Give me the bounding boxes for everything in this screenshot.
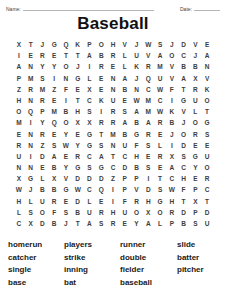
- grid-cell: W: [154, 84, 166, 95]
- grid-cell: E: [60, 196, 72, 207]
- name-blank-line: [23, 5, 154, 11]
- grid-cell: C: [154, 95, 166, 106]
- grid-cell: X: [84, 117, 96, 128]
- grid-cell: Z: [37, 140, 49, 151]
- grid-cell: U: [131, 50, 143, 61]
- grid-cell: D: [178, 140, 190, 151]
- grid-cell: E: [48, 129, 60, 140]
- grid-cell: R: [48, 196, 60, 207]
- grid-cell: N: [25, 129, 37, 140]
- grid-cell: H: [178, 173, 190, 184]
- grid-cell: L: [154, 218, 166, 229]
- grid-cell: B: [178, 61, 190, 72]
- grid-cell: H: [131, 151, 143, 162]
- grid-cell: I: [95, 106, 107, 117]
- word-bank-item: fielder: [120, 264, 177, 277]
- grid-cell: U: [201, 151, 213, 162]
- grid-cell: E: [119, 95, 131, 106]
- grid-cell: N: [107, 140, 119, 151]
- grid-cell: C: [84, 184, 96, 195]
- grid-cell: R: [201, 173, 213, 184]
- word-bank-item: baseball: [120, 277, 177, 290]
- grid-cell: Y: [189, 162, 201, 173]
- grid-cell: R: [25, 84, 37, 95]
- grid-cell: O: [60, 61, 72, 72]
- grid-cell: R: [37, 129, 49, 140]
- grid-cell: S: [95, 140, 107, 151]
- grid-cell: M: [154, 61, 166, 72]
- grid-cell: H: [107, 207, 119, 218]
- word-bank-item: bat: [64, 277, 120, 290]
- grid-cell: U: [119, 207, 131, 218]
- grid-cell: I: [166, 95, 178, 106]
- grid-cell: Z: [107, 173, 119, 184]
- grid-cell: D: [72, 196, 84, 207]
- word-bank: homeruncatchersinglebaseplayersstrikeinn…: [8, 239, 226, 289]
- grid-cell: F: [60, 84, 72, 95]
- grid-cell: K: [131, 61, 143, 72]
- grid-cell: F: [119, 196, 131, 207]
- grid-cell: S: [84, 162, 96, 173]
- date-label: Date:: [180, 6, 192, 12]
- grid-cell: U: [119, 140, 131, 151]
- grid-cell: Y: [60, 129, 72, 140]
- grid-cell: X: [142, 207, 154, 218]
- grid-cell: C: [107, 162, 119, 173]
- grid-cell: O: [189, 117, 201, 128]
- grid-cell: S: [48, 140, 60, 151]
- grid-cell: G: [201, 117, 213, 128]
- grid-cell: I: [107, 184, 119, 195]
- grid-cell: B: [166, 117, 178, 128]
- grid-cell: Q: [95, 184, 107, 195]
- grid-cell: E: [154, 129, 166, 140]
- grid-cell: B: [119, 129, 131, 140]
- grid-cell: D: [37, 218, 49, 229]
- grid-cell: R: [107, 218, 119, 229]
- grid-cell: F: [131, 140, 143, 151]
- grid-cell: Y: [37, 117, 49, 128]
- grid-cell: E: [25, 50, 37, 61]
- grid-cell: B: [72, 207, 84, 218]
- grid-cell: U: [107, 95, 119, 106]
- grid-cell: O: [154, 207, 166, 218]
- grid-cell: E: [60, 151, 72, 162]
- grid-cell: I: [25, 151, 37, 162]
- grid-cell: B: [48, 218, 60, 229]
- grid-cell: J: [131, 39, 143, 50]
- grid-cell: L: [25, 196, 37, 207]
- grid-cell: G: [189, 151, 201, 162]
- grid-cell: J: [166, 129, 178, 140]
- grid-cell: R: [154, 151, 166, 162]
- grid-cell: D: [142, 184, 154, 195]
- grid-cell: J: [60, 218, 72, 229]
- word-bank-item: catcher: [8, 252, 64, 265]
- grid-cell: V: [189, 39, 201, 50]
- grid-cell: R: [107, 117, 119, 128]
- grid-cell: M: [48, 106, 60, 117]
- grid-cell: H: [107, 39, 119, 50]
- grid-cell: Y: [72, 140, 84, 151]
- grid-cell: C: [178, 50, 190, 61]
- grid-cell: G: [60, 184, 72, 195]
- grid-cell: N: [201, 61, 213, 72]
- grid-cell: W: [131, 95, 143, 106]
- grid-cell: V: [119, 39, 131, 50]
- grid-cell: E: [201, 140, 213, 151]
- grid-cell: H: [166, 196, 178, 207]
- grid-cell: T: [72, 218, 84, 229]
- grid-cell: A: [84, 50, 96, 61]
- word-bank-item: double: [120, 252, 177, 265]
- grid-cell: P: [84, 39, 96, 50]
- grid-cell: Q: [48, 117, 60, 128]
- grid-cell: D: [72, 173, 84, 184]
- grid-cell: L: [154, 140, 166, 151]
- grid-cell: X: [189, 73, 201, 84]
- grid-cell: A: [13, 61, 25, 72]
- word-bank-item: slide: [177, 239, 226, 252]
- grid-cell: W: [142, 39, 154, 50]
- grid-cell: C: [201, 184, 213, 195]
- grid-cell: L: [119, 50, 131, 61]
- grid-cell: N: [13, 162, 25, 173]
- grid-cell: C: [119, 151, 131, 162]
- grid-cell: X: [84, 84, 96, 95]
- grid-cell: R: [189, 129, 201, 140]
- grid-cell: S: [119, 106, 131, 117]
- grid-cell: X: [13, 39, 25, 50]
- grid-cell: M: [25, 73, 37, 84]
- grid-cell: E: [107, 61, 119, 72]
- word-bank-item: strike: [64, 252, 120, 265]
- grid-cell: T: [178, 84, 190, 95]
- grid-cell: A: [119, 117, 131, 128]
- grid-cell: T: [60, 50, 72, 61]
- grid-cell: O: [13, 106, 25, 117]
- grid-cell: R: [37, 50, 49, 61]
- grid-cell: B: [37, 184, 49, 195]
- grid-cell: T: [72, 50, 84, 61]
- grid-cell: A: [119, 73, 131, 84]
- grid-cell: W: [166, 184, 178, 195]
- grid-cell: X: [166, 151, 178, 162]
- grid-cell: G: [72, 73, 84, 84]
- grid-cell: T: [107, 151, 119, 162]
- grid-cell: E: [72, 84, 84, 95]
- grid-cell: O: [131, 207, 143, 218]
- grid-cell: A: [201, 50, 213, 61]
- grid-cell: E: [37, 162, 49, 173]
- worksheet-page: Name: Date: Baseball XTJGQKPOHVJWSJDVEIE…: [0, 0, 226, 300]
- grid-cell: H: [72, 106, 84, 117]
- grid-cell: C: [13, 218, 25, 229]
- grid-cell: L: [84, 73, 96, 84]
- grid-cell: I: [107, 196, 119, 207]
- grid-cell: V: [142, 50, 154, 61]
- grid-cell: Y: [37, 61, 49, 72]
- grid-cell: A: [48, 151, 60, 162]
- grid-cell: D: [178, 207, 190, 218]
- grid-cell: M: [142, 95, 154, 106]
- grid-cell: N: [107, 84, 119, 95]
- grid-cell: O: [60, 117, 72, 128]
- name-field-group: Name:: [6, 5, 154, 12]
- grid-cell: T: [72, 95, 84, 106]
- grid-cell: T: [201, 106, 213, 117]
- grid-cell: B: [48, 184, 60, 195]
- grid-cell: S: [154, 39, 166, 50]
- grid-cell: X: [13, 173, 25, 184]
- grid-cell: Q: [25, 106, 37, 117]
- grid-cell: S: [84, 106, 96, 117]
- grid-cell: U: [201, 218, 213, 229]
- grid-cell: P: [189, 184, 201, 195]
- grid-cell: K: [95, 95, 107, 106]
- grid-cell: E: [201, 39, 213, 50]
- worksheet-header: Name: Date:: [0, 0, 226, 12]
- grid-cell: F: [178, 184, 190, 195]
- grid-cell: J: [166, 39, 178, 50]
- grid-cell: W: [154, 106, 166, 117]
- grid-cell: R: [142, 61, 154, 72]
- grid-cell: V: [60, 173, 72, 184]
- name-label: Name:: [6, 6, 21, 12]
- grid-cell: R: [142, 129, 154, 140]
- word-bank-item: homerun: [8, 239, 64, 252]
- grid-cell: S: [60, 207, 72, 218]
- grid-cell: E: [119, 218, 131, 229]
- date-blank-line: [194, 5, 220, 11]
- grid-cell: C: [178, 162, 190, 173]
- grid-cell: S: [37, 73, 49, 84]
- grid-cell: G: [84, 129, 96, 140]
- grid-cell: G: [178, 95, 190, 106]
- grid-cell: Z: [13, 84, 25, 95]
- grid-cell: G: [95, 162, 107, 173]
- grid-cell: E: [154, 162, 166, 173]
- grid-cell: Q: [60, 39, 72, 50]
- grid-cell: N: [25, 140, 37, 151]
- grid-cell: E: [95, 73, 107, 84]
- grid-cell: K: [72, 39, 84, 50]
- grid-cell: I: [60, 95, 72, 106]
- word-bank-column: homeruncatchersinglebase: [8, 239, 64, 289]
- grid-cell: V: [166, 61, 178, 72]
- grid-cell: J: [72, 61, 84, 72]
- grid-cell: T: [25, 39, 37, 50]
- grid-cell: G: [48, 39, 60, 50]
- grid-cell: P: [37, 106, 49, 117]
- grid-cell: N: [25, 61, 37, 72]
- grid-cell: U: [154, 73, 166, 84]
- grid-cell: U: [84, 207, 96, 218]
- grid-cell: E: [189, 140, 201, 151]
- grid-cell: O: [201, 95, 213, 106]
- grid-cell: S: [142, 140, 154, 151]
- grid-cell: E: [95, 196, 107, 207]
- grid-cell: V: [201, 73, 213, 84]
- grid-cell: P: [131, 173, 143, 184]
- word-bank-item: batter: [177, 252, 226, 265]
- grid-cell: I: [13, 50, 25, 61]
- grid-cell: N: [25, 162, 37, 173]
- grid-cell: G: [154, 196, 166, 207]
- grid-cell: F: [166, 84, 178, 95]
- grid-cell: L: [84, 196, 96, 207]
- grid-cell: E: [72, 129, 84, 140]
- grid-cell: V: [178, 106, 190, 117]
- grid-cell: R: [107, 50, 119, 61]
- grid-cell: S: [142, 162, 154, 173]
- grid-cell: T: [154, 173, 166, 184]
- grid-cell: D: [201, 207, 213, 218]
- grid-cell: J: [37, 39, 49, 50]
- grid-cell: Q: [142, 73, 154, 84]
- grid-cell: P: [13, 73, 25, 84]
- grid-cell: X: [48, 173, 60, 184]
- grid-cell: O: [95, 39, 107, 50]
- grid-cell: U: [189, 95, 201, 106]
- grid-cell: J: [178, 117, 190, 128]
- grid-cell: P: [119, 173, 131, 184]
- grid-cell: Y: [131, 218, 143, 229]
- grid-cell: M: [107, 129, 119, 140]
- grid-cell: T: [178, 196, 190, 207]
- grid-cell: A: [142, 218, 154, 229]
- grid-cell: P: [189, 207, 201, 218]
- word-bank-item: base: [8, 277, 64, 290]
- grid-cell: D: [178, 39, 190, 50]
- grid-cell: G: [25, 173, 37, 184]
- grid-cell: I: [166, 140, 178, 151]
- grid-cell: S: [25, 207, 37, 218]
- grid-cell: K: [166, 106, 178, 117]
- grid-cell: M: [37, 84, 49, 95]
- grid-cell: N: [131, 84, 143, 95]
- grid-cell: E: [142, 151, 154, 162]
- grid-cell: B: [119, 84, 131, 95]
- grid-cell: V: [166, 73, 178, 84]
- grid-cell: A: [131, 106, 143, 117]
- grid-cell: A: [95, 151, 107, 162]
- grid-cell: L: [13, 207, 25, 218]
- grid-cell: D: [95, 173, 107, 184]
- grid-cell: L: [189, 106, 201, 117]
- grid-cell: X: [189, 196, 201, 207]
- grid-cell: B: [48, 162, 60, 173]
- grid-cell: R: [13, 140, 25, 151]
- grid-cell: W: [60, 140, 72, 151]
- grid-cell: E: [48, 50, 60, 61]
- grid-cell: J: [189, 50, 201, 61]
- grid-cell: Y: [60, 162, 72, 173]
- grid-cell: C: [142, 84, 154, 95]
- grid-cell: J: [131, 73, 143, 84]
- puzzle-title: Baseball: [0, 14, 226, 34]
- word-bank-item: runner: [120, 239, 177, 252]
- grid-cell: C: [166, 173, 178, 184]
- grid-cell: S: [154, 184, 166, 195]
- word-bank-column: playersstrikeinningbat: [64, 239, 120, 289]
- grid-cell: I: [25, 117, 37, 128]
- grid-cell: G: [72, 162, 84, 173]
- grid-cell: D: [37, 151, 49, 162]
- grid-cell: P: [166, 218, 178, 229]
- word-bank-column: slidebatterpitcher: [177, 239, 226, 289]
- grid-cell: L: [119, 61, 131, 72]
- word-bank-column: runnerdoublefielderbaseball: [120, 239, 177, 289]
- grid-cell: R: [37, 95, 49, 106]
- grid-cell: S: [95, 218, 107, 229]
- grid-cell: N: [25, 95, 37, 106]
- grid-cell: H: [13, 95, 25, 106]
- grid-cell: H: [142, 196, 154, 207]
- grid-cell: I: [142, 173, 154, 184]
- grid-cell: S: [189, 218, 201, 229]
- grid-cell: E: [13, 129, 25, 140]
- grid-cell: K: [201, 84, 213, 95]
- grid-cell: S: [201, 129, 213, 140]
- grid-cell: E: [48, 95, 60, 106]
- word-bank-item: players: [64, 239, 120, 252]
- grid-cell: R: [107, 106, 119, 117]
- grid-cell: R: [95, 207, 107, 218]
- grid-cell: A: [154, 50, 166, 61]
- grid-cell: N: [107, 73, 119, 84]
- word-bank-item: inning: [64, 264, 120, 277]
- grid-cell: B: [60, 106, 72, 117]
- grid-cell: R: [189, 84, 201, 95]
- grid-cell: U: [37, 196, 49, 207]
- grid-cell: I: [84, 61, 96, 72]
- grid-cell: U: [13, 151, 25, 162]
- grid-cell: A: [142, 117, 154, 128]
- grid-cell: A: [178, 73, 190, 84]
- grid-cell: L: [37, 173, 49, 184]
- grid-cell: B: [95, 50, 107, 61]
- grid-cell: D: [84, 173, 96, 184]
- grid-cell: O: [178, 129, 190, 140]
- grid-cell: W: [13, 184, 25, 195]
- grid-cell: C: [84, 151, 96, 162]
- grid-cell: Y: [48, 61, 60, 72]
- grid-cell: V: [131, 184, 143, 195]
- grid-cell: E: [189, 173, 201, 184]
- grid-cell: A: [84, 218, 96, 229]
- word-search-grid: XTJGQKPOHVJWSJDVEIERETTABRLUVAOCJAANYYOJ…: [13, 39, 213, 229]
- grid-cell: C: [84, 95, 96, 106]
- grid-cell: R: [95, 61, 107, 72]
- grid-cell: R: [72, 151, 84, 162]
- grid-cell: B: [189, 61, 201, 72]
- grid-cell: O: [201, 162, 213, 173]
- grid-cell: B: [131, 162, 143, 173]
- grid-cell: X: [25, 218, 37, 229]
- grid-cell: N: [60, 73, 72, 84]
- grid-cell: T: [201, 196, 213, 207]
- grid-cell: G: [84, 140, 96, 151]
- grid-cell: D: [119, 162, 131, 173]
- grid-cell: X: [72, 117, 84, 128]
- grid-cell: B: [131, 117, 143, 128]
- grid-cell: O: [37, 207, 49, 218]
- grid-cell: H: [13, 196, 25, 207]
- grid-cell: O: [166, 50, 178, 61]
- date-field-group: Date:: [180, 5, 220, 12]
- grid-cell: R: [154, 117, 166, 128]
